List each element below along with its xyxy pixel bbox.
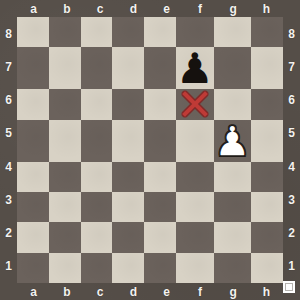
rank-label-4: 4 [0,150,17,183]
file-label-c: c [84,0,117,17]
square-b2[interactable] [49,222,81,252]
square-h1[interactable] [251,253,283,283]
square-d5[interactable] [112,120,144,162]
square-h4[interactable] [251,162,283,192]
file-label-d: d [117,0,150,17]
white-pawn[interactable]: ♟ [214,121,252,163]
square-b6[interactable] [49,89,81,119]
square-b8[interactable] [49,17,81,47]
file-label-h: h [250,0,283,17]
square-g7[interactable] [214,47,252,89]
square-e4[interactable] [144,162,176,192]
file-label-g: g [217,0,250,17]
square-g6[interactable] [214,89,252,119]
rank-label-5: 5 [283,117,300,150]
rank-label-3: 3 [0,183,17,216]
square-f4[interactable] [176,162,214,192]
square-d1[interactable] [112,253,144,283]
square-e1[interactable] [144,253,176,283]
rank-label-6: 6 [0,84,17,117]
rank-label-4: 4 [283,150,300,183]
square-c1[interactable] [81,253,113,283]
square-f1[interactable] [176,253,214,283]
file-labels-top: abcdefgh [17,0,283,17]
square-h5[interactable] [251,120,283,162]
square-e3[interactable] [144,192,176,222]
square-g1[interactable] [214,253,252,283]
rank-label-3: 3 [283,183,300,216]
board: ♟♟ [17,17,283,283]
rank-label-2: 2 [0,217,17,250]
square-c2[interactable] [81,222,113,252]
square-h3[interactable] [251,192,283,222]
rank-label-1: 1 [0,250,17,283]
square-c8[interactable] [81,17,113,47]
x-mark-icon [181,91,208,118]
square-a8[interactable] [17,17,49,47]
square-a6[interactable] [17,89,49,119]
rank-label-7: 7 [0,50,17,83]
square-d4[interactable] [112,162,144,192]
file-label-a: a [17,283,50,300]
square-b4[interactable] [49,162,81,192]
square-h7[interactable] [251,47,283,89]
square-c4[interactable] [81,162,113,192]
square-c7[interactable] [81,47,113,89]
chess-board-frame: abcdefgh abcdefgh 87654321 87654321 ♟♟ [0,0,300,300]
file-label-f: f [183,0,216,17]
square-a2[interactable] [17,222,49,252]
rank-label-1: 1 [283,250,300,283]
square-b5[interactable] [49,120,81,162]
square-g2[interactable] [214,222,252,252]
square-f8[interactable] [176,17,214,47]
square-f2[interactable] [176,222,214,252]
square-e8[interactable] [144,17,176,47]
file-label-e: e [150,0,183,17]
rank-labels-left: 87654321 [0,17,17,283]
square-a3[interactable] [17,192,49,222]
square-d3[interactable] [112,192,144,222]
square-e5[interactable] [144,120,176,162]
file-label-f: f [183,283,216,300]
file-label-e: e [150,283,183,300]
rank-label-8: 8 [283,17,300,50]
square-g8[interactable] [214,17,252,47]
square-d6[interactable] [112,89,144,119]
file-labels-bottom: abcdefgh [17,283,283,300]
square-b1[interactable] [49,253,81,283]
file-label-c: c [84,283,117,300]
rank-labels-right: 87654321 [283,17,300,283]
file-label-d: d [117,283,150,300]
rank-label-5: 5 [0,117,17,150]
file-label-a: a [17,0,50,17]
rank-label-7: 7 [283,50,300,83]
black-pawn[interactable]: ♟ [176,48,214,90]
square-a7[interactable] [17,47,49,89]
square-f7[interactable]: ♟ [176,47,214,89]
square-a5[interactable] [17,120,49,162]
file-label-b: b [50,283,83,300]
file-label-b: b [50,0,83,17]
square-g5[interactable]: ♟ [214,120,252,162]
square-a1[interactable] [17,253,49,283]
square-d2[interactable] [112,222,144,252]
rank-label-6: 6 [283,84,300,117]
square-h8[interactable] [251,17,283,47]
square-h2[interactable] [251,222,283,252]
square-e7[interactable] [144,47,176,89]
square-h6[interactable] [251,89,283,119]
square-g4[interactable] [214,162,252,192]
square-g3[interactable] [214,192,252,222]
square-c5[interactable] [81,120,113,162]
rank-label-8: 8 [0,17,17,50]
square-f6[interactable] [176,89,214,119]
square-b3[interactable] [49,192,81,222]
square-b7[interactable] [49,47,81,89]
square-c6[interactable] [81,89,113,119]
white-to-move-indicator [283,281,295,293]
square-f5[interactable] [176,120,214,162]
file-label-h: h [250,283,283,300]
square-c3[interactable] [81,192,113,222]
square-e2[interactable] [144,222,176,252]
square-a4[interactable] [17,162,49,192]
file-label-g: g [217,283,250,300]
square-d7[interactable] [112,47,144,89]
rank-label-2: 2 [283,217,300,250]
square-e6[interactable] [144,89,176,119]
square-d8[interactable] [112,17,144,47]
square-f3[interactable] [176,192,214,222]
